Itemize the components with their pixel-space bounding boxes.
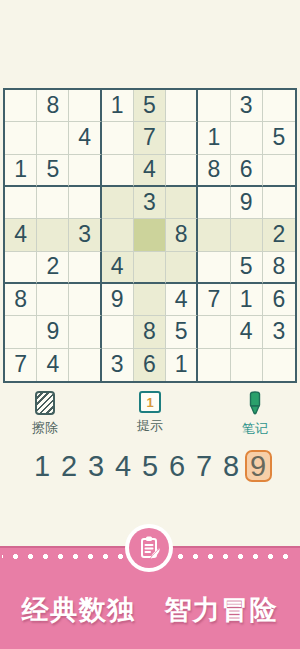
sudoku-cell-r2c9[interactable]: 5 <box>263 122 295 154</box>
sudoku-cell-r2c4[interactable] <box>102 122 134 154</box>
sudoku-cell-r1c8[interactable]: 3 <box>231 90 263 122</box>
numpad-digit-1[interactable]: 1 <box>29 450 56 482</box>
sudoku-cell-r2c7[interactable]: 1 <box>198 122 230 154</box>
numpad-digit-3[interactable]: 3 <box>83 450 110 482</box>
sudoku-cell-r8c2[interactable]: 9 <box>37 316 69 348</box>
sudoku-cell-r6c8[interactable]: 5 <box>231 252 263 284</box>
sudoku-cell-r9c6[interactable]: 1 <box>166 349 198 381</box>
sudoku-cell-r9c5[interactable]: 6 <box>134 349 166 381</box>
sudoku-cell-r3c8[interactable]: 6 <box>231 155 263 187</box>
sudoku-cell-r3c5[interactable]: 4 <box>134 155 166 187</box>
erase-button[interactable]: 擦除 <box>14 391 76 437</box>
sudoku-cell-r2c6[interactable] <box>166 122 198 154</box>
sudoku-cell-r1c3[interactable] <box>69 90 101 122</box>
sudoku-cell-r3c2[interactable]: 5 <box>37 155 69 187</box>
sudoku-cell-r8c4[interactable] <box>102 316 134 348</box>
sudoku-cell-r6c7[interactable] <box>198 252 230 284</box>
sudoku-cell-r9c4[interactable]: 3 <box>102 349 134 381</box>
sudoku-cell-r8c6[interactable]: 5 <box>166 316 198 348</box>
sudoku-cell-r2c2[interactable] <box>37 122 69 154</box>
sudoku-cell-r9c1[interactable]: 7 <box>5 349 37 381</box>
eraser-icon <box>35 391 55 415</box>
sudoku-cell-r4c1[interactable] <box>5 187 37 219</box>
notes-label: 笔记 <box>242 420 268 438</box>
sudoku-cell-r3c6[interactable] <box>166 155 198 187</box>
banner-title: 经典数独 智力冒险 <box>0 592 300 628</box>
sudoku-cell-r9c8[interactable] <box>231 349 263 381</box>
numpad-digit-9[interactable]: 9 <box>245 450 272 482</box>
notes-button[interactable]: 笔记 <box>224 391 286 437</box>
sudoku-cell-r3c4[interactable] <box>102 155 134 187</box>
sudoku-cell-r1c9[interactable] <box>263 90 295 122</box>
number-pad: 123456789 <box>0 449 300 483</box>
sudoku-cell-r4c6[interactable] <box>166 187 198 219</box>
sudoku-cell-r7c9[interactable]: 6 <box>263 284 295 316</box>
sudoku-cell-r4c8[interactable]: 9 <box>231 187 263 219</box>
sudoku-cell-r5c7[interactable] <box>198 219 230 251</box>
sudoku-cell-r1c2[interactable]: 8 <box>37 90 69 122</box>
clipboard-circle <box>125 524 173 572</box>
sudoku-cell-r7c6[interactable]: 4 <box>166 284 198 316</box>
sudoku-cell-r7c4[interactable]: 9 <box>102 284 134 316</box>
pen-icon <box>246 391 264 416</box>
sudoku-cell-r4c2[interactable] <box>37 187 69 219</box>
sudoku-cell-r6c9[interactable]: 8 <box>263 252 295 284</box>
sudoku-cell-r9c2[interactable]: 4 <box>37 349 69 381</box>
sudoku-cell-r6c5[interactable] <box>134 252 166 284</box>
sudoku-board: 815347151548639438224588947169854374361 <box>3 88 297 383</box>
sudoku-cell-r7c3[interactable] <box>69 284 101 316</box>
promo-banner: 经典数独 智力冒险 <box>0 546 300 649</box>
sudoku-cell-r9c7[interactable] <box>198 349 230 381</box>
toolbar: 擦除 1 提示 笔记 <box>0 391 300 437</box>
sudoku-cell-r8c9[interactable]: 3 <box>263 316 295 348</box>
sudoku-cell-r5c8[interactable] <box>231 219 263 251</box>
erase-label: 擦除 <box>32 419 58 437</box>
sudoku-cell-r5c3[interactable]: 3 <box>69 219 101 251</box>
sudoku-cell-r3c7[interactable]: 8 <box>198 155 230 187</box>
sudoku-cell-r6c1[interactable] <box>5 252 37 284</box>
numpad-digit-6[interactable]: 6 <box>164 450 191 482</box>
numpad-digit-8[interactable]: 8 <box>218 450 245 482</box>
sudoku-cell-r2c8[interactable] <box>231 122 263 154</box>
sudoku-cell-r1c1[interactable] <box>5 90 37 122</box>
sudoku-cell-r1c7[interactable] <box>198 90 230 122</box>
sudoku-cell-r2c1[interactable] <box>5 122 37 154</box>
sudoku-cell-r6c2[interactable]: 2 <box>37 252 69 284</box>
sudoku-cell-r8c1[interactable] <box>5 316 37 348</box>
hint-button[interactable]: 1 提示 <box>119 391 181 437</box>
sudoku-cell-r7c2[interactable] <box>37 284 69 316</box>
sudoku-cell-r7c1[interactable]: 8 <box>5 284 37 316</box>
sudoku-cell-r5c1[interactable]: 4 <box>5 219 37 251</box>
sudoku-cell-r3c1[interactable]: 1 <box>5 155 37 187</box>
hint-square-icon: 1 <box>139 391 161 413</box>
sudoku-cell-r4c9[interactable] <box>263 187 295 219</box>
numpad-digit-2[interactable]: 2 <box>56 450 83 482</box>
sudoku-cell-r8c7[interactable] <box>198 316 230 348</box>
sudoku-cell-r9c3[interactable] <box>69 349 101 381</box>
sudoku-cell-r1c4[interactable]: 1 <box>102 90 134 122</box>
sudoku-cell-r4c7[interactable] <box>198 187 230 219</box>
hint-label: 提示 <box>137 417 163 435</box>
sudoku-cell-r5c2[interactable] <box>37 219 69 251</box>
sudoku-cell-r6c4[interactable]: 4 <box>102 252 134 284</box>
sudoku-cell-r5c9[interactable]: 2 <box>263 219 295 251</box>
sudoku-cell-r6c3[interactable] <box>69 252 101 284</box>
numpad-digit-4[interactable]: 4 <box>110 450 137 482</box>
sudoku-cell-r7c5[interactable] <box>134 284 166 316</box>
sudoku-cell-r8c3[interactable] <box>69 316 101 348</box>
sudoku-cell-r5c4[interactable] <box>102 219 134 251</box>
numpad-digit-7[interactable]: 7 <box>191 450 218 482</box>
sudoku-cell-r4c3[interactable] <box>69 187 101 219</box>
sudoku-cell-r1c5[interactable]: 5 <box>134 90 166 122</box>
sudoku-cell-r2c5[interactable]: 7 <box>134 122 166 154</box>
sudoku-cell-r5c5[interactable] <box>134 219 166 251</box>
sudoku-cell-r6c6[interactable] <box>166 252 198 284</box>
clipboard-pen-icon <box>129 528 169 568</box>
sudoku-cell-r8c5[interactable]: 8 <box>134 316 166 348</box>
sudoku-cell-r1c6[interactable] <box>166 90 198 122</box>
sudoku-cell-r7c8[interactable]: 1 <box>231 284 263 316</box>
sudoku-cell-r3c9[interactable] <box>263 155 295 187</box>
sudoku-cell-r9c9[interactable] <box>263 349 295 381</box>
sudoku-cell-r2c3[interactable]: 4 <box>69 122 101 154</box>
sudoku-cell-r5c6[interactable]: 8 <box>166 219 198 251</box>
sudoku-cell-r7c7[interactable]: 7 <box>198 284 230 316</box>
numpad-digit-5[interactable]: 5 <box>137 450 164 482</box>
sudoku-cell-r8c8[interactable]: 4 <box>231 316 263 348</box>
hint-badge: 1 <box>146 395 153 410</box>
sudoku-cell-r4c5[interactable]: 3 <box>134 187 166 219</box>
sudoku-cell-r3c3[interactable] <box>69 155 101 187</box>
sudoku-cell-r4c4[interactable] <box>102 187 134 219</box>
